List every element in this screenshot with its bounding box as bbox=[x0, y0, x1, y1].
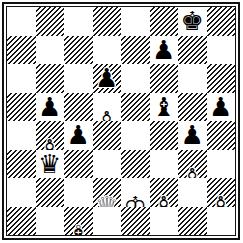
square-e4[interactable] bbox=[121, 121, 150, 150]
square-b8[interactable] bbox=[36, 7, 65, 36]
square-g4[interactable]: ♟ bbox=[178, 121, 207, 150]
square-f2[interactable]: ♟♙ bbox=[150, 178, 179, 207]
square-b4[interactable]: ♟♙ bbox=[36, 121, 65, 150]
square-b6[interactable] bbox=[36, 64, 65, 93]
square-g5[interactable] bbox=[178, 93, 207, 122]
square-g8[interactable]: ♚ bbox=[178, 7, 207, 36]
square-d5[interactable]: ♟♙ bbox=[93, 93, 122, 122]
square-a4[interactable] bbox=[7, 121, 36, 150]
square-c2[interactable] bbox=[64, 178, 93, 207]
square-a7[interactable] bbox=[7, 36, 36, 65]
square-f4[interactable] bbox=[150, 121, 179, 150]
black-king-piece: ♚ bbox=[178, 7, 207, 36]
square-e7[interactable] bbox=[121, 36, 150, 65]
square-g2[interactable] bbox=[178, 178, 207, 207]
square-a5[interactable] bbox=[7, 93, 36, 122]
square-d6[interactable]: ♟ bbox=[93, 64, 122, 93]
black-pawn-piece: ♟ bbox=[150, 36, 179, 65]
square-c3[interactable] bbox=[64, 150, 93, 179]
square-h6[interactable] bbox=[207, 64, 236, 93]
chess-board: ♚♟♟♟♟♙♝♟♟♙♟♟♛♟♙♛♕♚♔♟♙♟♙♝♗ bbox=[7, 7, 235, 235]
black-pawn-piece: ♟ bbox=[207, 93, 236, 122]
square-e8[interactable] bbox=[121, 7, 150, 36]
square-f8[interactable] bbox=[150, 7, 179, 36]
square-d4[interactable] bbox=[93, 121, 122, 150]
square-h8[interactable] bbox=[207, 7, 236, 36]
square-c1[interactable]: ♝♗ bbox=[64, 207, 93, 236]
square-e3[interactable] bbox=[121, 150, 150, 179]
square-d2[interactable]: ♛♕ bbox=[93, 178, 122, 207]
square-a8[interactable] bbox=[7, 7, 36, 36]
square-a3[interactable] bbox=[7, 150, 36, 179]
black-pawn-piece: ♟ bbox=[93, 64, 122, 93]
square-e5[interactable] bbox=[121, 93, 150, 122]
square-g1[interactable] bbox=[178, 207, 207, 236]
square-g6[interactable] bbox=[178, 64, 207, 93]
square-e1[interactable] bbox=[121, 207, 150, 236]
square-c4[interactable]: ♟ bbox=[64, 121, 93, 150]
square-b2[interactable] bbox=[36, 178, 65, 207]
square-b5[interactable]: ♟ bbox=[36, 93, 65, 122]
square-h3[interactable] bbox=[207, 150, 236, 179]
black-pawn-piece: ♟ bbox=[64, 121, 93, 150]
square-a2[interactable] bbox=[7, 178, 36, 207]
square-f3[interactable] bbox=[150, 150, 179, 179]
square-b1[interactable] bbox=[36, 207, 65, 236]
square-f1[interactable] bbox=[150, 207, 179, 236]
square-h7[interactable] bbox=[207, 36, 236, 65]
black-bishop-piece: ♝ bbox=[150, 93, 179, 122]
square-c5[interactable] bbox=[64, 93, 93, 122]
black-queen-piece: ♛ bbox=[36, 150, 65, 179]
square-c7[interactable] bbox=[64, 36, 93, 65]
square-a6[interactable] bbox=[7, 64, 36, 93]
black-pawn-piece: ♟ bbox=[36, 93, 65, 122]
square-b3[interactable]: ♛ bbox=[36, 150, 65, 179]
square-b7[interactable] bbox=[36, 36, 65, 65]
square-g7[interactable] bbox=[178, 36, 207, 65]
square-d8[interactable] bbox=[93, 7, 122, 36]
square-e2[interactable]: ♚♔ bbox=[121, 178, 150, 207]
square-a1[interactable] bbox=[7, 207, 36, 236]
square-g3[interactable]: ♟♙ bbox=[178, 150, 207, 179]
black-pawn-piece: ♟ bbox=[178, 121, 207, 150]
square-f5[interactable]: ♝ bbox=[150, 93, 179, 122]
square-c8[interactable] bbox=[64, 7, 93, 36]
square-h5[interactable]: ♟ bbox=[207, 93, 236, 122]
square-d1[interactable] bbox=[93, 207, 122, 236]
square-h1[interactable] bbox=[207, 207, 236, 236]
square-d3[interactable] bbox=[93, 150, 122, 179]
square-h2[interactable]: ♟♙ bbox=[207, 178, 236, 207]
square-f7[interactable]: ♟ bbox=[150, 36, 179, 65]
board-frame: ♚♟♟♟♟♙♝♟♟♙♟♟♛♟♙♛♕♚♔♟♙♟♙♝♗ bbox=[2, 2, 240, 240]
square-e6[interactable] bbox=[121, 64, 150, 93]
square-d7[interactable] bbox=[93, 36, 122, 65]
square-h4[interactable] bbox=[207, 121, 236, 150]
board-inner-frame: ♚♟♟♟♟♙♝♟♟♙♟♟♛♟♙♛♕♚♔♟♙♟♙♝♗ bbox=[6, 6, 236, 236]
square-c6[interactable] bbox=[64, 64, 93, 93]
square-f6[interactable] bbox=[150, 64, 179, 93]
